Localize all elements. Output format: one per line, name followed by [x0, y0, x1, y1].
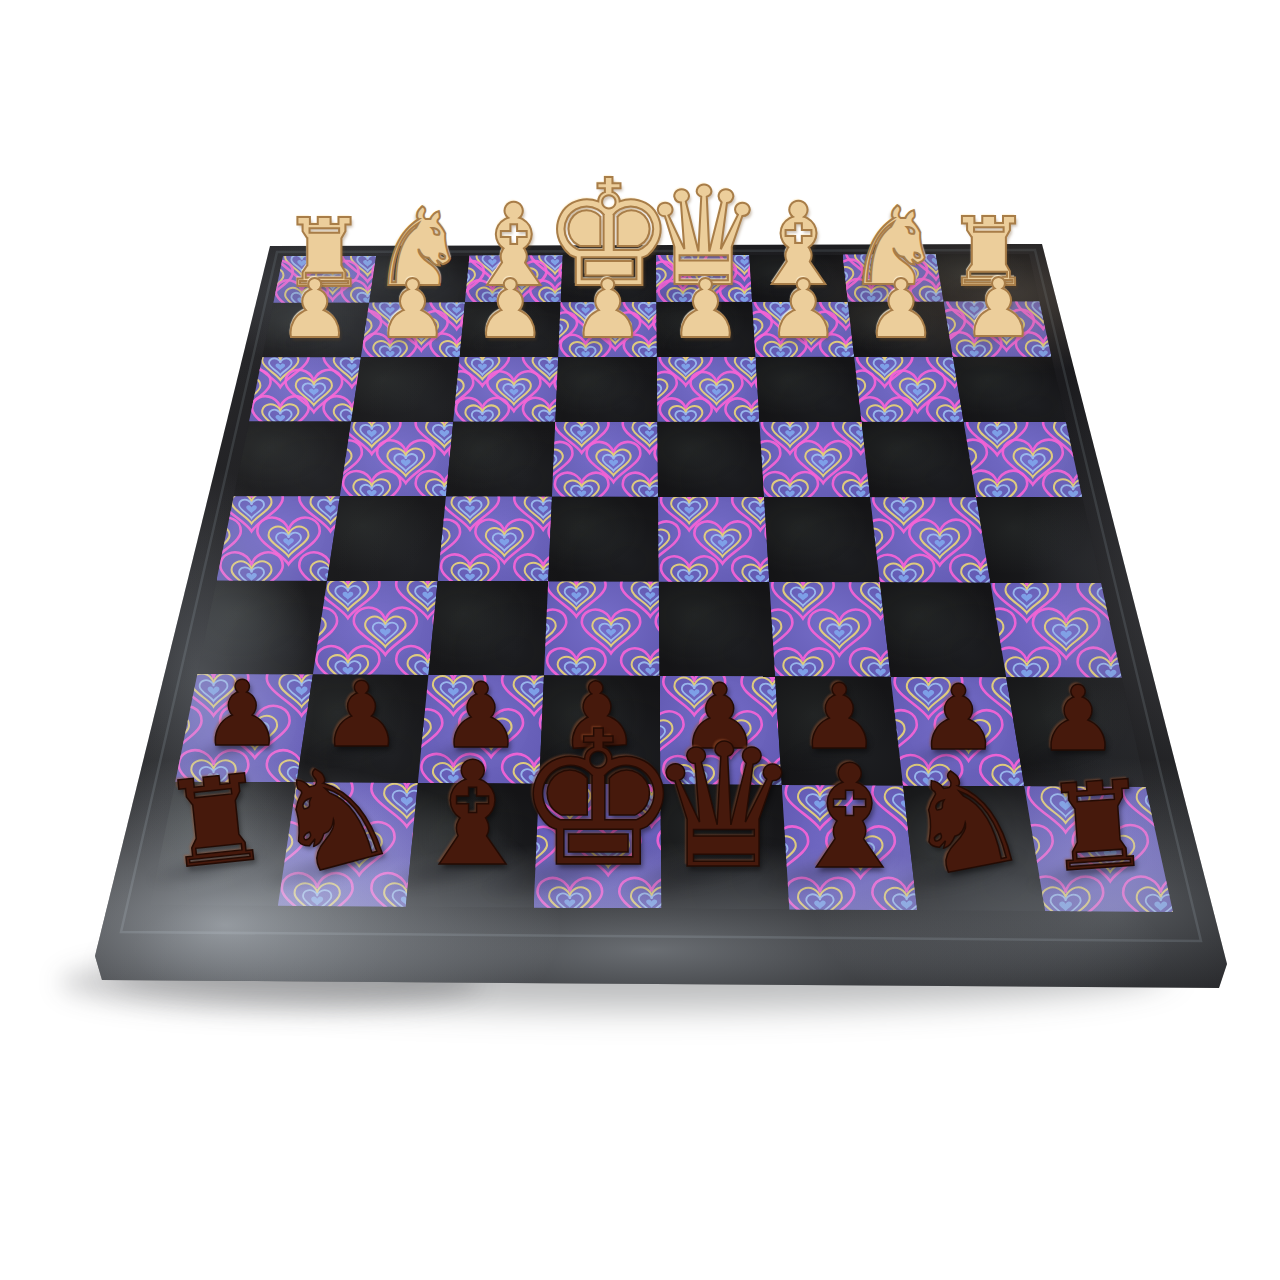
- piece-black-knight-b8: ♞: [892, 743, 1037, 900]
- piece-black-pawn-a7: ♟: [1038, 673, 1119, 763]
- piece-black-pawn-h7: ♟: [202, 669, 283, 759]
- piece-white-pawn-g2: ♟: [376, 269, 449, 350]
- piece-white-pawn-f2: ♟: [474, 269, 547, 350]
- piece-white-pawn-c2: ♟: [767, 269, 840, 350]
- piece-black-queen-d8: ♛: [647, 721, 800, 892]
- piece-white-pawn-h2: ♟: [279, 270, 352, 351]
- board-photo-scene: ♜♞♝♚♛♝♞♜♟♟♟♟♟♟♟♟♟♟♟♟♟♟♟♟♜♞♝♚♛♝♞♜: [0, 0, 1280, 1280]
- pieces-layer: ♜♞♝♚♛♝♞♜♟♟♟♟♟♟♟♟♟♟♟♟♟♟♟♟♜♞♝♚♛♝♞♜: [0, 0, 1280, 1280]
- piece-black-rook-a8: ♜: [1040, 764, 1155, 890]
- piece-white-pawn-d2: ♟: [669, 269, 742, 350]
- piece-white-pawn-a2: ♟: [962, 269, 1035, 350]
- piece-white-pawn-b2: ♟: [865, 269, 938, 350]
- piece-white-pawn-e2: ♟: [572, 269, 645, 350]
